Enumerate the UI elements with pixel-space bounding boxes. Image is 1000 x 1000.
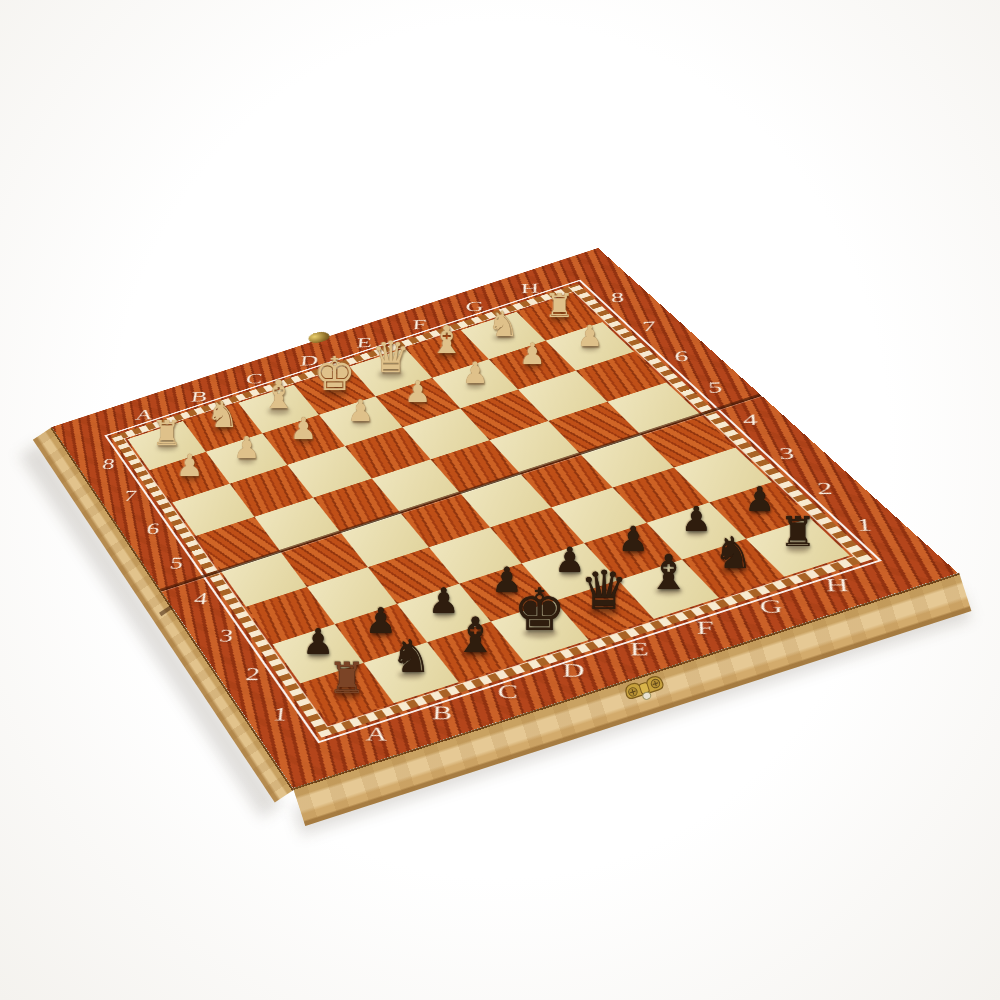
rank-label-right-2: 2: [816, 479, 833, 498]
rank-label-left-1: 1: [272, 704, 289, 725]
file-label-near-e: E: [630, 639, 649, 660]
file-label-near-b: B: [432, 702, 453, 724]
file-label-far-b: B: [190, 389, 209, 406]
file-label-near-g: G: [759, 596, 783, 617]
rank-label-left-5: 5: [168, 554, 184, 573]
rank-label-left-7: 7: [122, 487, 138, 505]
rank-label-right-1: 1: [855, 515, 873, 535]
file-label-near-h: H: [825, 575, 850, 596]
file-label-near-a: A: [365, 723, 388, 745]
rank-label-left-4: 4: [193, 589, 209, 608]
scene: AABBCCDDEEFFGGHH8877665544332211 ♜♞♝♚♛♝♞…: [0, 0, 1000, 1000]
rank-label-left-2: 2: [244, 664, 261, 685]
file-label-far-c: C: [245, 371, 264, 388]
rank-label-right-3: 3: [779, 444, 796, 463]
fold-notch: [159, 605, 173, 616]
file-label-near-c: C: [497, 681, 518, 703]
file-label-far-a: A: [134, 407, 154, 424]
rank-label-right-5: 5: [708, 379, 723, 397]
rank-label-right-6: 6: [674, 348, 689, 365]
file-label-near-d: D: [562, 660, 584, 682]
file-label-far-h: H: [520, 281, 539, 297]
file-label-far-f: F: [412, 317, 427, 333]
rank-label-right-4: 4: [742, 411, 758, 429]
file-label-near-f: F: [696, 618, 714, 639]
file-label-far-g: G: [465, 299, 484, 315]
rank-label-right-7: 7: [642, 318, 656, 335]
file-label-far-e: E: [356, 335, 373, 351]
file-label-far-d: D: [299, 353, 319, 369]
rank-label-right-8: 8: [611, 290, 625, 306]
rank-label-left-3: 3: [218, 626, 234, 646]
rank-label-left-6: 6: [145, 520, 161, 538]
